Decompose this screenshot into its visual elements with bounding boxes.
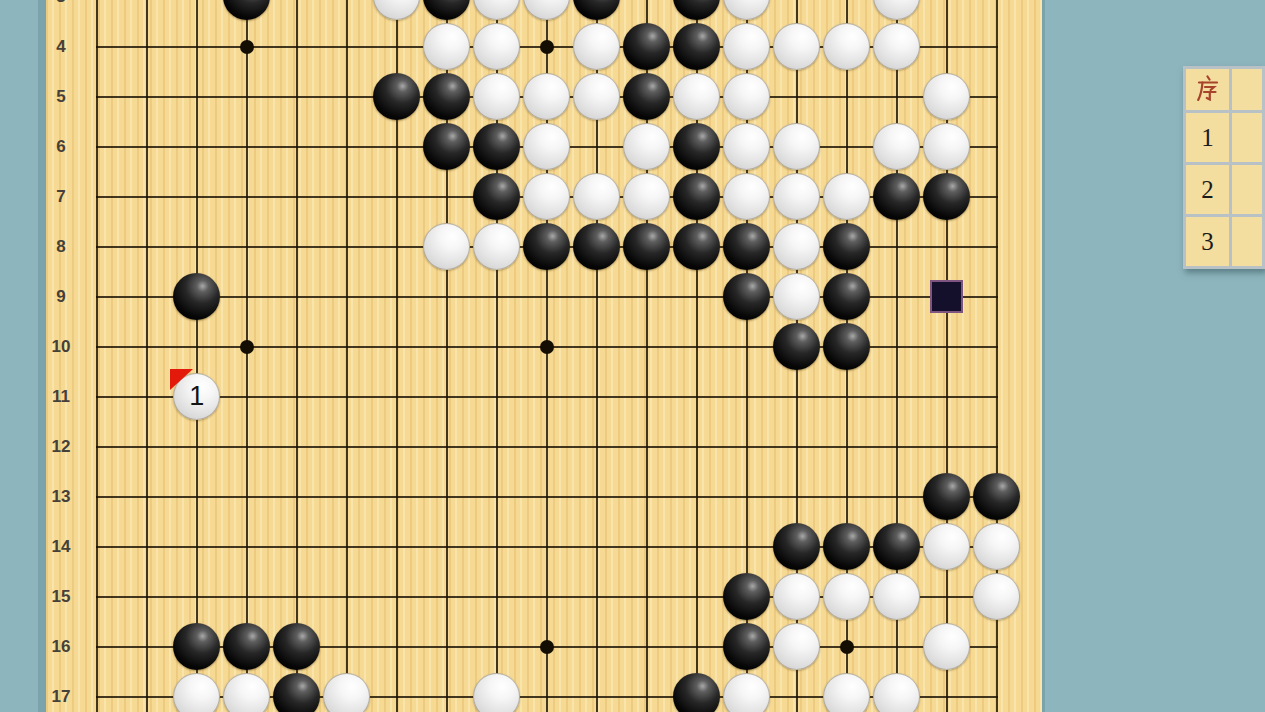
row-coordinate-label: 14	[44, 537, 78, 557]
sequence-table-row[interactable]: 3	[1186, 217, 1262, 266]
row-coordinate-label: 6	[44, 137, 78, 157]
row-coordinate-label: 8	[44, 237, 78, 257]
xu-character-glyph	[1196, 75, 1220, 101]
go-stone-white[interactable]	[823, 673, 870, 712]
star-point	[240, 340, 254, 354]
sequence-value-cell[interactable]	[1232, 165, 1262, 214]
sequence-table-row[interactable]: 2	[1186, 165, 1262, 214]
current-move-flag-icon	[170, 369, 193, 390]
grid-vertical-line	[296, 0, 298, 712]
go-stone-white[interactable]	[173, 673, 220, 712]
sequence-number-cell[interactable]: 2	[1186, 165, 1229, 214]
board-right-shadow	[1042, 0, 1045, 712]
row-coordinate-label: 5	[44, 87, 78, 107]
grid-horizontal-line	[96, 496, 998, 498]
go-stone-white[interactable]	[473, 673, 520, 712]
grid-vertical-line	[146, 0, 148, 712]
sequence-table: 123	[1183, 66, 1265, 269]
sequence-table-row[interactable]: 1	[1186, 113, 1262, 162]
row-coordinate-label: 3	[44, 0, 78, 7]
go-stone-black[interactable]	[273, 673, 320, 712]
row-coordinate-label: 17	[44, 687, 78, 707]
grid-vertical-line	[346, 0, 348, 712]
sequence-number-cell[interactable]: 1	[1186, 113, 1229, 162]
row-coordinate-label: 12	[44, 437, 78, 457]
go-app-canvas: 345678910111213141516171	[0, 0, 1265, 712]
star-point	[240, 40, 254, 54]
star-point	[540, 340, 554, 354]
row-coordinate-label: 16	[44, 637, 78, 657]
row-coordinate-label: 13	[44, 487, 78, 507]
star-point	[840, 640, 854, 654]
row-coordinate-label: 7	[44, 187, 78, 207]
row-coordinate-label: 4	[44, 37, 78, 57]
sequence-number-cell[interactable]: 3	[1186, 217, 1229, 266]
row-coordinate-label: 10	[44, 337, 78, 357]
grid-vertical-line	[246, 0, 248, 712]
go-stone-black[interactable]	[673, 673, 720, 712]
go-stone-white[interactable]	[223, 673, 270, 712]
go-stone-white[interactable]	[323, 673, 370, 712]
grid-horizontal-line	[96, 446, 998, 448]
star-point	[540, 640, 554, 654]
row-coordinate-label: 9	[44, 287, 78, 307]
row-coordinate-label: 11	[44, 387, 78, 407]
grid-horizontal-line	[96, 396, 998, 398]
go-stone-white[interactable]	[723, 673, 770, 712]
sequence-header-cell	[1186, 69, 1229, 110]
sequence-table-header-row	[1186, 69, 1262, 110]
sequence-header-cell-2	[1232, 69, 1262, 110]
grid-vertical-line	[196, 0, 198, 712]
sequence-value-cell[interactable]	[1232, 217, 1262, 266]
go-stone-white[interactable]	[873, 673, 920, 712]
square-marker	[930, 280, 963, 313]
grid-vertical-line	[96, 0, 98, 712]
sequence-value-cell[interactable]	[1232, 113, 1262, 162]
row-coordinate-label: 15	[44, 587, 78, 607]
star-point	[540, 40, 554, 54]
